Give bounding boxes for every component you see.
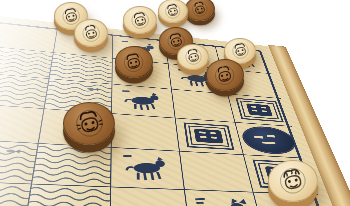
- game-piece-dark-1[interactable]: [185, 0, 215, 21]
- game-piece-dark-10[interactable]: [206, 59, 244, 91]
- animal-face-icon: [120, 49, 149, 74]
- animal-face-icon: [78, 22, 104, 45]
- animal-face-icon: [189, 0, 212, 19]
- animal-face-icon: [162, 1, 185, 21]
- game-piece-dark-9[interactable]: [115, 46, 153, 78]
- game-piece-light-8[interactable]: [177, 44, 209, 71]
- game-piece-dark-11[interactable]: [63, 102, 115, 145]
- game-piece-light-2[interactable]: [158, 0, 188, 23]
- game-piece-light-5[interactable]: [74, 19, 108, 47]
- game-piece-light-12[interactable]: [268, 160, 318, 201]
- animal-face-icon: [228, 40, 252, 61]
- pieces-layer: [0, 0, 350, 206]
- animal-face-icon: [211, 62, 240, 87]
- cat-face-icon: [69, 105, 109, 140]
- product-photo-scene: [0, 0, 350, 206]
- animal-face-icon: [127, 9, 153, 32]
- game-piece-light-4[interactable]: [123, 6, 157, 34]
- lion-face-icon: [274, 164, 313, 198]
- animal-face-icon: [181, 46, 205, 67]
